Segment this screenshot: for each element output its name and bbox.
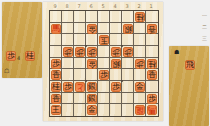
gote-hand-piece-歩[interactable]: 歩 xyxy=(6,51,16,61)
file-label-9: 9 xyxy=(49,3,61,10)
square-2h[interactable] xyxy=(134,93,146,105)
gote-hand-count-歩: 4 xyxy=(17,56,20,61)
square-2c[interactable] xyxy=(134,34,146,46)
piece-7d[interactable]: 歩 xyxy=(75,47,85,57)
piece-2g[interactable]: 金 xyxy=(135,82,145,92)
square-3f[interactable] xyxy=(122,69,134,81)
square-8i[interactable] xyxy=(62,104,74,116)
piece-6b[interactable]: 金 xyxy=(87,24,97,34)
rank-label-3: 三 xyxy=(201,33,208,45)
square-4h[interactable] xyxy=(110,93,122,105)
board-grid: 桂馬金銀香玉歩歩歩歩歩歩金銀歩桂香歩香桂歩と銀歩金香銀歩王金龍馬 xyxy=(49,10,159,117)
square-6f[interactable] xyxy=(86,69,98,81)
piece-7g[interactable]: と xyxy=(75,82,85,92)
piece-6g[interactable]: 銀 xyxy=(87,82,97,92)
square-1c[interactable] xyxy=(146,34,158,46)
square-5d[interactable] xyxy=(98,46,110,58)
square-8h[interactable] xyxy=(62,93,74,105)
square-2d[interactable] xyxy=(134,46,146,58)
shogi-app: ☖ 歩4桂 987654321 一二三四五六七八九 桂馬金銀香玉歩歩歩歩歩歩金銀… xyxy=(0,0,210,126)
piece-1b[interactable]: 香 xyxy=(147,24,157,34)
piece-6d[interactable]: 歩 xyxy=(87,47,97,57)
square-6c[interactable] xyxy=(86,34,98,46)
piece-6i[interactable]: 金 xyxy=(87,105,97,115)
square-7e[interactable] xyxy=(74,58,86,70)
square-9a[interactable] xyxy=(50,11,62,23)
file-label-8: 8 xyxy=(61,3,73,10)
rank-label-2: 二 xyxy=(201,22,208,34)
piece-6h[interactable]: 銀 xyxy=(87,94,97,104)
square-2b[interactable] xyxy=(134,23,146,35)
square-7c[interactable] xyxy=(74,34,86,46)
file-label-3: 3 xyxy=(121,3,133,10)
piece-1i[interactable]: 馬 xyxy=(147,105,157,115)
piece-9i[interactable]: 王 xyxy=(51,105,61,115)
piece-8g[interactable]: 歩 xyxy=(63,82,73,92)
square-9c[interactable] xyxy=(50,34,62,46)
square-5a[interactable] xyxy=(98,11,110,23)
sente-piece-stand: ☗ 飛 xyxy=(169,46,209,126)
piece-2e[interactable]: 歩 xyxy=(135,59,145,69)
file-label-2: 2 xyxy=(133,3,145,10)
piece-3d[interactable]: 歩 xyxy=(123,47,133,57)
square-8c[interactable] xyxy=(62,34,74,46)
file-label-4: 4 xyxy=(109,3,121,10)
square-5i[interactable] xyxy=(98,104,110,116)
square-7i[interactable] xyxy=(74,104,86,116)
piece-4d[interactable]: 歩 xyxy=(111,47,121,57)
piece-9h[interactable]: 香 xyxy=(51,94,61,104)
square-7a[interactable] xyxy=(74,11,86,23)
piece-2a[interactable]: 桂 xyxy=(135,12,145,22)
shogi-board: 987654321 一二三四五六七八九 桂馬金銀香玉歩歩歩歩歩歩金銀歩桂香歩香桂… xyxy=(43,2,163,121)
square-1a[interactable] xyxy=(146,11,158,23)
square-3i[interactable] xyxy=(122,104,134,116)
piece-9f[interactable]: 香 xyxy=(51,70,61,80)
square-3a[interactable] xyxy=(122,11,134,23)
sente-hand-piece-飛[interactable]: 飛 xyxy=(185,60,195,70)
square-6a[interactable] xyxy=(86,11,98,23)
square-1d[interactable] xyxy=(146,46,158,58)
square-4b[interactable] xyxy=(110,23,122,35)
piece-1f[interactable]: 香 xyxy=(147,70,157,80)
piece-9e[interactable]: 歩 xyxy=(51,59,61,69)
piece-9g[interactable]: 桂 xyxy=(51,82,61,92)
piece-2i[interactable]: 龍 xyxy=(135,105,145,115)
square-7h[interactable] xyxy=(74,93,86,105)
square-3e[interactable] xyxy=(122,58,134,70)
piece-1h[interactable]: 歩 xyxy=(147,94,157,104)
square-4f[interactable] xyxy=(110,69,122,81)
square-5e[interactable] xyxy=(98,58,110,70)
piece-4g[interactable]: 歩 xyxy=(111,82,121,92)
file-coordinate-labels: 987654321 xyxy=(49,3,157,10)
piece-6e[interactable]: 金 xyxy=(87,59,97,69)
square-5b[interactable] xyxy=(98,23,110,35)
piece-5c[interactable]: 玉 xyxy=(99,35,109,45)
square-8f[interactable] xyxy=(62,69,74,81)
sente-player-mark: ☗ xyxy=(174,49,179,55)
gote-hand-piece-桂[interactable]: 桂 xyxy=(25,51,35,61)
piece-1e[interactable]: 桂 xyxy=(147,59,157,69)
rank-label-1: 一 xyxy=(201,10,208,22)
square-2f[interactable] xyxy=(134,69,146,81)
piece-5f[interactable]: 歩 xyxy=(99,70,109,80)
gote-piece-stand: ☖ 歩4桂 xyxy=(2,2,42,78)
square-3h[interactable] xyxy=(122,93,134,105)
square-5h[interactable] xyxy=(98,93,110,105)
file-label-7: 7 xyxy=(73,3,85,10)
square-7b[interactable] xyxy=(74,23,86,35)
square-8e[interactable] xyxy=(62,58,74,70)
file-label-1: 1 xyxy=(145,3,157,10)
square-1g[interactable] xyxy=(146,81,158,93)
square-3g[interactable] xyxy=(122,81,134,93)
square-7f[interactable] xyxy=(74,69,86,81)
piece-3b[interactable]: 銀 xyxy=(123,24,133,34)
square-8b[interactable] xyxy=(62,23,74,35)
file-label-6: 6 xyxy=(85,3,97,10)
piece-8d[interactable]: 歩 xyxy=(63,47,73,57)
piece-9b[interactable]: 馬 xyxy=(51,24,61,34)
square-4a[interactable] xyxy=(110,11,122,23)
piece-4e[interactable]: 銀 xyxy=(111,59,121,69)
square-5g[interactable] xyxy=(98,81,110,93)
square-4c[interactable] xyxy=(110,34,122,46)
square-3c[interactable] xyxy=(122,34,134,46)
square-9d[interactable] xyxy=(50,46,62,58)
square-4i[interactable] xyxy=(110,104,122,116)
file-label-5: 5 xyxy=(97,3,109,10)
square-8a[interactable] xyxy=(62,11,74,23)
gote-player-mark: ☖ xyxy=(4,68,9,74)
